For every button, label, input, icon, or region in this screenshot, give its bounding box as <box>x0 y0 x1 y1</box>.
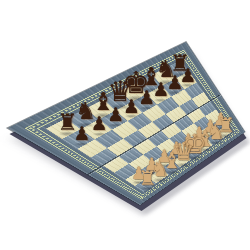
chess-piece-dark-pawn[interactable]: ♟ <box>107 106 124 125</box>
pawn-icon: ♟ <box>107 106 124 125</box>
chess-set-photo: ♜♞♝♛♚♝♞♜♟♟♟♟♟♟♟♟♟♟♟♟♟♟♟♟♜♞♝♛♚♝♞♜ <box>0 0 250 250</box>
chess-piece-dark-pawn[interactable]: ♟ <box>138 89 155 108</box>
chess-piece-dark-pawn[interactable]: ♟ <box>123 97 140 116</box>
rook-icon: ♜ <box>139 168 157 188</box>
pawn-icon: ♟ <box>73 125 90 144</box>
chess-piece-dark-pawn[interactable]: ♟ <box>91 115 108 134</box>
chess-piece-light-rook[interactable]: ♜ <box>139 168 157 188</box>
pieces-layer: ♜♞♝♛♚♝♞♜♟♟♟♟♟♟♟♟♟♟♟♟♟♟♟♟♜♞♝♛♚♝♞♜ <box>0 0 250 250</box>
pawn-icon: ♟ <box>138 89 155 108</box>
pawn-icon: ♟ <box>123 97 140 116</box>
pawn-icon: ♟ <box>91 115 108 134</box>
chess-piece-dark-pawn[interactable]: ♟ <box>73 125 90 144</box>
